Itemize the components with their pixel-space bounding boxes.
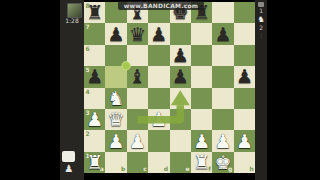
piece-black-pawn[interactable]: ♟ [148,23,169,44]
square-g3[interactable] [212,109,233,130]
square-c4[interactable] [127,88,148,109]
square-f5[interactable] [191,66,212,87]
square-f1[interactable]: f♜ [191,152,212,173]
move-number: 1 [259,7,263,15]
square-b2[interactable]: ♟ [105,130,126,151]
square-g2[interactable]: ♟ [212,130,233,151]
piece-black-pawn[interactable]: ♟ [105,23,126,44]
avatar [67,3,82,18]
rank-label-4: 4 [86,89,90,95]
square-h1[interactable]: h [234,152,255,173]
piece-black-pawn[interactable]: ♟ [170,66,191,87]
square-d6[interactable] [148,45,169,66]
square-a5[interactable]: 5♟ [84,66,105,87]
file-label-b: b [121,166,125,172]
square-b4[interactable]: ♞ [105,88,126,109]
file-label-c: c [143,166,147,172]
piece-white-knight[interactable]: ♞ [105,88,126,109]
square-b6[interactable] [105,45,126,66]
square-g7[interactable]: ♟ [212,23,233,44]
square-a7[interactable]: 7 [84,23,105,44]
square-c7[interactable]: ♛ [127,23,148,44]
piece-black-queen[interactable]: ♛ [127,23,148,44]
square-h2[interactable]: ♟ [234,130,255,151]
rank-label-6: 6 [86,46,90,52]
square-d4[interactable] [148,88,169,109]
square-d5[interactable] [148,66,169,87]
piece-black-pawn[interactable]: ♟ [212,23,233,44]
bandicam-watermark: www.BANDICAM.com [118,1,204,10]
piece-black-pawn[interactable]: ♟ [234,66,255,87]
square-h8[interactable] [234,2,255,23]
square-a8[interactable]: 8♜ [84,2,105,23]
square-f2[interactable]: ♟ [191,130,212,151]
left-sidebar: 1:28 ♟ [60,0,84,180]
square-a1[interactable]: 1a♜ [84,152,105,173]
file-label-d: d [164,166,168,172]
square-f7[interactable] [191,23,212,44]
square-e2[interactable] [170,130,191,151]
square-e7[interactable] [170,23,191,44]
piece-white-pawn[interactable]: ♟ [127,130,148,151]
square-g1[interactable]: g♚ [212,152,233,173]
square-e1[interactable]: e [170,152,191,173]
piece-white-queen[interactable]: ♛ [105,109,126,130]
square-d2[interactable] [148,130,169,151]
square-c5[interactable]: ♝ [127,66,148,87]
square-b5[interactable] [105,66,126,87]
square-f4[interactable] [191,88,212,109]
piece-black-pawn[interactable]: ♟ [170,45,191,66]
square-g8[interactable] [212,2,233,23]
piece-white-pawn[interactable]: ♟ [105,130,126,151]
square-f6[interactable] [191,45,212,66]
rank-label-8: 8 [86,3,90,9]
ellipsis-indicator: ⋮ [258,32,264,40]
file-label-g: g [228,166,232,172]
piece-white-pawn[interactable]: ♟ [212,130,233,151]
move-list-knight-icon: ♞ [258,15,265,24]
square-h3[interactable] [234,109,255,130]
file-label-a: a [100,166,104,172]
square-b7[interactable]: ♟ [105,23,126,44]
square-a6[interactable]: 6 [84,45,105,66]
file-label-f: f [208,166,211,172]
square-g5[interactable] [212,66,233,87]
piece-black-bishop[interactable]: ♝ [127,66,148,87]
clock-label: 1:28 [60,17,84,24]
pawn-icon: ♟ [63,162,75,175]
square-c2[interactable]: ♟ [127,130,148,151]
square-c6[interactable] [127,45,148,66]
square-b3[interactable]: ♛ [105,109,126,130]
square-d7[interactable]: ♟ [148,23,169,44]
square-c3[interactable] [127,109,148,130]
square-e5[interactable]: ♟ [170,66,191,87]
chess-board[interactable]: 8♜♝♚♜7♟♛♟♟6♟5♟♝♟♟4♞3♟♛♟2♟♟♟♟♟1a♜bcdef♜g♚… [84,2,255,173]
square-a3[interactable]: 3♟ [84,109,105,130]
square-f3[interactable] [191,109,212,130]
rank-label-5: 5 [86,67,90,73]
square-d3[interactable]: ♟ [148,109,169,130]
square-e3[interactable] [170,109,191,130]
square-h6[interactable] [234,45,255,66]
square-h7[interactable] [234,23,255,44]
captured-piece-tray [62,151,75,162]
square-h5[interactable]: ♟ [234,66,255,87]
rank-label-3: 3 [86,110,90,116]
rank-label-1: 1 [86,153,90,159]
move-number: 2 [259,24,263,32]
rank-label-7: 7 [86,24,90,30]
rank-label-2: 2 [86,131,90,137]
square-c1[interactable]: c [127,152,148,173]
square-b1[interactable]: b [105,152,126,173]
square-d1[interactable]: d [148,152,169,173]
square-g4[interactable] [212,88,233,109]
file-label-e: e [185,166,189,172]
square-e6[interactable]: ♟ [170,45,191,66]
screen: 1:28 ♟ 8♜♝♚♜7♟♛♟♟6♟5♟♝♟♟4♞3♟♛♟2♟♟♟♟♟1a♜b… [0,0,320,180]
piece-white-pawn[interactable]: ♟ [234,130,255,151]
square-g6[interactable] [212,45,233,66]
square-e4[interactable] [170,88,191,109]
right-strip: 1♞2⋮ [255,0,267,180]
piece-white-pawn[interactable]: ♟ [148,109,169,130]
square-h4[interactable] [234,88,255,109]
square-a2[interactable]: 2 [84,130,105,151]
file-label-h: h [249,166,253,172]
piece-white-pawn[interactable]: ♟ [191,130,212,151]
square-a4[interactable]: 4 [84,88,105,109]
